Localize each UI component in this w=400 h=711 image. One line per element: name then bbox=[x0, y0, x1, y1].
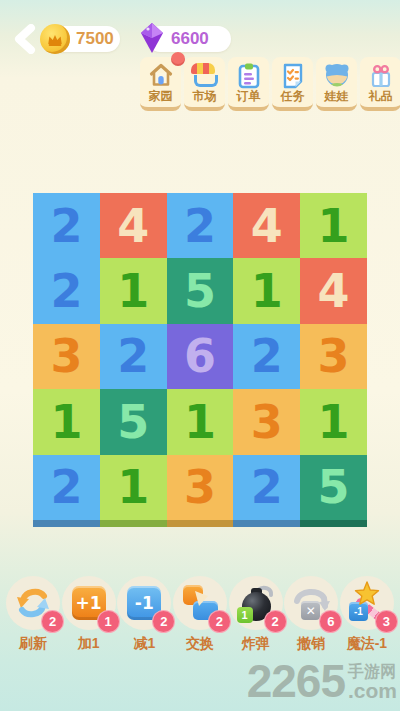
tile-r2c3[interactable]: 5 bbox=[167, 258, 234, 323]
tile-r3c3[interactable]: 6 bbox=[167, 324, 234, 389]
tool-label: 撤销 bbox=[297, 635, 325, 653]
gem-amount: 6600 bbox=[171, 29, 209, 49]
swap-button[interactable]: 2 交换 bbox=[173, 576, 227, 653]
tile-r4c1[interactable]: 1 bbox=[33, 389, 100, 454]
watermark-dot-com: .com bbox=[348, 680, 397, 702]
tile-r1c1[interactable]: 2 bbox=[33, 193, 100, 258]
tile-r2c1[interactable]: 2 bbox=[33, 258, 100, 323]
board-bottom-edge bbox=[33, 520, 367, 527]
count-badge: 3 bbox=[375, 610, 398, 633]
tile-r1c5[interactable]: 1 bbox=[300, 193, 367, 258]
notification-dot bbox=[171, 52, 185, 66]
tile-r1c3[interactable]: 2 bbox=[167, 193, 234, 258]
count-badge: 2 bbox=[41, 610, 64, 633]
menu-button-market[interactable]: 市场 bbox=[184, 57, 225, 111]
tile-r4c5[interactable]: 1 bbox=[300, 389, 367, 454]
tile-r3c2[interactable]: 2 bbox=[100, 324, 167, 389]
menu-button-orders[interactable]: 订单 bbox=[228, 57, 269, 111]
count-badge: 2 bbox=[152, 610, 175, 633]
board-edge-strip bbox=[167, 520, 234, 527]
tile-r3c4[interactable]: 2 bbox=[233, 324, 300, 389]
menu-label: 家园 bbox=[149, 89, 173, 103]
tile-r1c4[interactable]: 4 bbox=[233, 193, 300, 258]
menu-label: 礼品 bbox=[369, 89, 393, 103]
tile-r4c3[interactable]: 1 bbox=[167, 389, 234, 454]
doll-icon bbox=[323, 61, 351, 89]
tile-r3c1[interactable]: 3 bbox=[33, 324, 100, 389]
tile-r2c4[interactable]: 1 bbox=[233, 258, 300, 323]
tile-r2c2[interactable]: 1 bbox=[100, 258, 167, 323]
tool-label: 加1 bbox=[78, 635, 100, 653]
watermark-number: 2265 bbox=[247, 659, 345, 703]
menu-button-gift[interactable]: 礼品 bbox=[360, 57, 400, 111]
tile-r1c2[interactable]: 4 bbox=[100, 193, 167, 258]
tile-r4c2[interactable]: 5 bbox=[100, 389, 167, 454]
tile-r5c5[interactable]: 5 bbox=[300, 455, 367, 520]
tool-label: 交换 bbox=[186, 635, 214, 653]
game-board: 2424121514326231513121325 bbox=[33, 193, 367, 520]
powerup-toolbar: 2 刷新 +1 1 加1 -1 2 减1 bbox=[6, 576, 394, 653]
tile-r4c4[interactable]: 3 bbox=[233, 389, 300, 454]
bomb-button[interactable]: 1 2 炸弹 bbox=[229, 576, 283, 653]
app-screen: 7500 6600 家园 bbox=[0, 0, 400, 711]
tile-r5c3[interactable]: 3 bbox=[167, 455, 234, 520]
magic-wand-button[interactable]: -1 3 魔法-1 bbox=[340, 576, 394, 653]
menu-label: 市场 bbox=[193, 89, 217, 103]
coin-icon bbox=[40, 24, 70, 54]
tool-label: 刷新 bbox=[19, 635, 47, 653]
menu-button-doll[interactable]: 娃娃 bbox=[316, 57, 357, 111]
count-badge: 2 bbox=[208, 610, 231, 633]
gift-icon bbox=[367, 61, 395, 89]
count-badge: 6 bbox=[319, 610, 342, 633]
tool-label: 炸弹 bbox=[242, 635, 270, 653]
board-edge-strip bbox=[100, 520, 167, 527]
menu-label: 娃娃 bbox=[325, 89, 349, 103]
diamond-icon bbox=[139, 22, 165, 54]
menu-button-tasks[interactable]: 任务 bbox=[272, 57, 313, 111]
watermark-suffix: 手游网 bbox=[348, 663, 396, 680]
tile-r3c5[interactable]: 3 bbox=[300, 324, 367, 389]
minus-one-button[interactable]: -1 2 减1 bbox=[117, 576, 171, 653]
board-edge-strip bbox=[33, 520, 100, 527]
coin-balance[interactable]: 7500 bbox=[42, 26, 120, 52]
back-button[interactable] bbox=[12, 24, 38, 54]
menu-button-home[interactable]: 家园 bbox=[140, 57, 181, 111]
board-edge-strip bbox=[300, 520, 367, 527]
coin-amount: 7500 bbox=[76, 29, 114, 49]
back-chevron-icon bbox=[12, 24, 38, 54]
orders-clipboard-icon bbox=[235, 61, 263, 89]
undo-button[interactable]: ✕ 6 撤销 bbox=[284, 576, 338, 653]
plus-one-button[interactable]: +1 1 加1 bbox=[62, 576, 116, 653]
refresh-button[interactable]: 2 刷新 bbox=[6, 576, 60, 653]
site-watermark: 2265 手游网 .com bbox=[247, 659, 397, 703]
gem-balance[interactable]: 6600 bbox=[147, 26, 231, 52]
home-icon bbox=[147, 61, 175, 89]
tile-r2c5[interactable]: 4 bbox=[300, 258, 367, 323]
menu-bar: 家园 市场 订单 bbox=[140, 57, 400, 111]
tile-r5c1[interactable]: 2 bbox=[33, 455, 100, 520]
board-edge-strip bbox=[233, 520, 300, 527]
tool-label: 减1 bbox=[133, 635, 155, 653]
tile-r5c4[interactable]: 2 bbox=[233, 455, 300, 520]
tile-r5c2[interactable]: 1 bbox=[100, 455, 167, 520]
tasks-checklist-icon bbox=[279, 61, 307, 89]
count-badge: 1 bbox=[97, 610, 120, 633]
menu-label: 任务 bbox=[281, 89, 305, 103]
tool-label: 魔法-1 bbox=[347, 635, 387, 653]
count-badge: 2 bbox=[264, 610, 287, 633]
menu-label: 订单 bbox=[237, 89, 261, 103]
market-icon bbox=[191, 61, 219, 89]
